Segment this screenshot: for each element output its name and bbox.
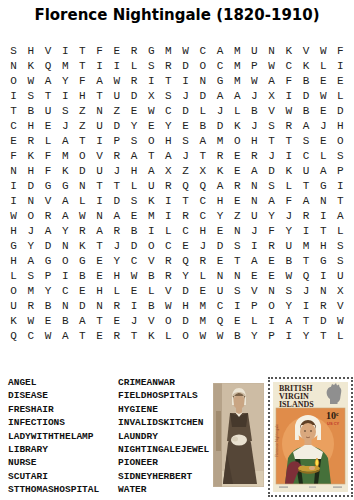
stamp-illustration: BRITISH VIRGIN ISLANDS 10c US CY bbox=[273, 382, 348, 492]
grid-cell: M bbox=[211, 133, 228, 148]
grid-cell: R bbox=[194, 254, 211, 269]
grid-cell: A bbox=[211, 178, 228, 193]
grid-cell: S bbox=[57, 103, 74, 118]
grid-cell: B bbox=[22, 103, 39, 118]
grid-cell: W bbox=[280, 269, 297, 284]
word-item: DISEASE bbox=[8, 389, 118, 402]
grid-cell: E bbox=[263, 269, 280, 284]
grid-cell: R bbox=[108, 224, 125, 239]
grid-cell: I bbox=[297, 224, 314, 239]
grid-cell: M bbox=[229, 73, 246, 88]
grid-cell: J bbox=[22, 224, 39, 239]
grid-cell: I bbox=[108, 58, 125, 73]
grid-cell: N bbox=[22, 194, 39, 209]
grid-cell: T bbox=[229, 254, 246, 269]
grid-cell: V bbox=[143, 314, 160, 329]
grid-cell: L bbox=[194, 269, 211, 284]
grid-cell: F bbox=[263, 224, 280, 239]
grid-cell: B bbox=[194, 118, 211, 133]
grid-cell: O bbox=[194, 58, 211, 73]
grid-cell: X bbox=[160, 163, 177, 178]
grid-cell: T bbox=[91, 314, 108, 329]
grid-cell: X bbox=[332, 284, 349, 299]
grid-cell: Y bbox=[263, 209, 280, 224]
grid-cell: D bbox=[39, 239, 56, 254]
grid-cell: M bbox=[57, 58, 74, 73]
grid-cell: Y bbox=[160, 118, 177, 133]
grid-cell: I bbox=[315, 209, 332, 224]
grid-cell: P bbox=[263, 329, 280, 344]
grid-cell: A bbox=[194, 133, 211, 148]
grid-cell: W bbox=[22, 73, 39, 88]
grid-cell: F bbox=[332, 43, 349, 58]
grid-cell: S bbox=[5, 43, 22, 58]
grid-cell: H bbox=[5, 254, 22, 269]
grid-cell: W bbox=[194, 329, 211, 344]
grid-cell: H bbox=[177, 299, 194, 314]
grid-cell: E bbox=[177, 118, 194, 133]
grid-cell: C bbox=[177, 224, 194, 239]
grid-cell: I bbox=[125, 299, 142, 314]
grid-cell: P bbox=[246, 299, 263, 314]
grid-cell: R bbox=[229, 178, 246, 193]
grid-cell: T bbox=[74, 43, 91, 58]
word-item: INVALIDSKITCHEN bbox=[118, 416, 218, 429]
grid-cell: T bbox=[263, 133, 280, 148]
grid-cell: A bbox=[125, 148, 142, 163]
wordsearch-grid: SHVITFERGMWCAMUNKVWFNKQMTIILSRDOCMPWCKLI… bbox=[5, 43, 349, 344]
grid-cell: A bbox=[57, 133, 74, 148]
grid-cell: C bbox=[194, 194, 211, 209]
grid-cell: Y bbox=[280, 224, 297, 239]
grid-cell: E bbox=[143, 118, 160, 133]
grid-cell: Q bbox=[177, 254, 194, 269]
grid-cell: S bbox=[280, 284, 297, 299]
grid-cell: M bbox=[229, 43, 246, 58]
grid-cell: O bbox=[74, 148, 91, 163]
grid-cell: Y bbox=[125, 118, 142, 133]
grid-cell: E bbox=[39, 314, 56, 329]
grid-cell: I bbox=[280, 88, 297, 103]
grid-cell: H bbox=[22, 43, 39, 58]
grid-cell: Z bbox=[108, 103, 125, 118]
grid-cell: A bbox=[57, 209, 74, 224]
grid-cell: G bbox=[74, 254, 91, 269]
grid-cell: S bbox=[332, 239, 349, 254]
grid-cell: U bbox=[91, 118, 108, 133]
stamp-side-label: Florence Nightingale bbox=[275, 424, 279, 457]
grid-cell: Z bbox=[74, 118, 91, 133]
grid-cell: E bbox=[194, 284, 211, 299]
grid-cell: P bbox=[246, 58, 263, 73]
grid-cell: N bbox=[246, 178, 263, 193]
grid-cell: N bbox=[315, 284, 332, 299]
grid-cell: W bbox=[22, 314, 39, 329]
grid-cell: N bbox=[229, 224, 246, 239]
grid-cell: T bbox=[194, 148, 211, 163]
grid-cell: N bbox=[57, 299, 74, 314]
grid-cell: D bbox=[177, 314, 194, 329]
grid-cell: S bbox=[229, 239, 246, 254]
grid-cell: I bbox=[91, 58, 108, 73]
grid-cell: R bbox=[125, 73, 142, 88]
grid-cell: D bbox=[211, 118, 228, 133]
grid-cell: K bbox=[297, 58, 314, 73]
word-item: NIGHTINGALEJEWEL bbox=[118, 443, 218, 456]
grid-cell: K bbox=[74, 239, 91, 254]
grid-cell: R bbox=[297, 209, 314, 224]
grid-cell: G bbox=[57, 178, 74, 193]
grid-cell: C bbox=[194, 43, 211, 58]
grid-cell: I bbox=[5, 178, 22, 193]
grid-cell: O bbox=[229, 133, 246, 148]
grid-cell: J bbox=[246, 118, 263, 133]
grid-cell: K bbox=[22, 148, 39, 163]
grid-cell: N bbox=[57, 239, 74, 254]
grid-cell: K bbox=[280, 163, 297, 178]
grid-cell: Z bbox=[177, 163, 194, 178]
grid-cell: I bbox=[160, 209, 177, 224]
grid-cell: D bbox=[125, 88, 142, 103]
word-list-column-1: ANGELDISEASEFRESHAIRINFECTIONSLADYWITHTH… bbox=[8, 376, 118, 500]
word-item: NURSE bbox=[8, 456, 118, 469]
grid-cell: E bbox=[108, 314, 125, 329]
grid-cell: R bbox=[125, 43, 142, 58]
grid-cell: V bbox=[143, 254, 160, 269]
grid-cell: V bbox=[39, 194, 56, 209]
grid-cell: A bbox=[74, 314, 91, 329]
grid-cell: K bbox=[57, 163, 74, 178]
grid-cell: N bbox=[91, 209, 108, 224]
grid-cell: T bbox=[5, 103, 22, 118]
grid-cell: E bbox=[211, 224, 228, 239]
grid-cell: H bbox=[74, 88, 91, 103]
grid-cell: D bbox=[74, 163, 91, 178]
grid-cell: U bbox=[280, 239, 297, 254]
stamp-currency: US CY bbox=[327, 421, 340, 426]
grid-cell: A bbox=[315, 163, 332, 178]
grid-cell: T bbox=[297, 178, 314, 193]
grid-cell: H bbox=[194, 224, 211, 239]
grid-cell: I bbox=[5, 194, 22, 209]
grid-cell: H bbox=[211, 194, 228, 209]
grid-cell: W bbox=[315, 43, 332, 58]
grid-cell: B bbox=[229, 329, 246, 344]
grid-cell: L bbox=[332, 329, 349, 344]
grid-cell: O bbox=[143, 239, 160, 254]
grid-cell: K bbox=[143, 194, 160, 209]
grid-cell: E bbox=[39, 118, 56, 133]
grid-cell: B bbox=[246, 103, 263, 118]
grid-cell: S bbox=[143, 58, 160, 73]
grid-cell: R bbox=[108, 299, 125, 314]
grid-cell: J bbox=[280, 209, 297, 224]
grid-cell: A bbox=[246, 163, 263, 178]
grid-cell: U bbox=[246, 43, 263, 58]
grid-cell: S bbox=[263, 178, 280, 193]
grid-cell: W bbox=[108, 73, 125, 88]
grid-cell: E bbox=[246, 269, 263, 284]
grid-cell: H bbox=[5, 224, 22, 239]
grid-cell: F bbox=[39, 163, 56, 178]
grid-cell: V bbox=[263, 103, 280, 118]
grid-cell: E bbox=[108, 43, 125, 58]
grid-cell: W bbox=[74, 209, 91, 224]
grid-cell: R bbox=[177, 209, 194, 224]
grid-cell: I bbox=[160, 194, 177, 209]
grid-cell: U bbox=[332, 269, 349, 284]
grid-cell: J bbox=[194, 239, 211, 254]
florence-nightingale-photo bbox=[213, 383, 264, 487]
grid-cell: N bbox=[229, 269, 246, 284]
grid-cell: C bbox=[160, 103, 177, 118]
grid-cell: C bbox=[194, 209, 211, 224]
grid-cell: E bbox=[315, 103, 332, 118]
grid-cell: L bbox=[160, 329, 177, 344]
grid-cell: E bbox=[211, 254, 228, 269]
grid-cell: H bbox=[22, 118, 39, 133]
grid-cell: Q bbox=[211, 314, 228, 329]
grid-cell: J bbox=[211, 103, 228, 118]
grid-cell: N bbox=[315, 194, 332, 209]
grid-cell: L bbox=[332, 224, 349, 239]
grid-cell: U bbox=[91, 163, 108, 178]
grid-cell: P bbox=[332, 163, 349, 178]
grid-cell: D bbox=[177, 58, 194, 73]
grid-cell: F bbox=[280, 73, 297, 88]
grid-cell: M bbox=[229, 58, 246, 73]
grid-cell: L bbox=[315, 58, 332, 73]
grid-cell: S bbox=[125, 194, 142, 209]
grid-cell: H bbox=[108, 269, 125, 284]
grid-cell: D bbox=[108, 194, 125, 209]
word-item: FRESHAIR bbox=[8, 403, 118, 416]
grid-cell: D bbox=[332, 103, 349, 118]
grid-cell: I bbox=[91, 194, 108, 209]
grid-cell: I bbox=[143, 224, 160, 239]
grid-cell: K bbox=[229, 118, 246, 133]
grid-cell: T bbox=[160, 73, 177, 88]
grid-cell: L bbox=[194, 103, 211, 118]
grid-cell: L bbox=[160, 224, 177, 239]
grid-cell: L bbox=[74, 194, 91, 209]
grid-cell: Q bbox=[194, 178, 211, 193]
grid-cell: A bbox=[91, 73, 108, 88]
grid-cell: N bbox=[91, 299, 108, 314]
grid-cell: G bbox=[143, 43, 160, 58]
grid-cell: T bbox=[74, 133, 91, 148]
grid-cell: W bbox=[315, 88, 332, 103]
grid-cell: O bbox=[5, 73, 22, 88]
photo-illustration bbox=[213, 383, 264, 487]
grid-cell: V bbox=[160, 284, 177, 299]
grid-cell: F bbox=[74, 73, 91, 88]
grid-cell: B bbox=[125, 224, 142, 239]
grid-cell: B bbox=[297, 73, 314, 88]
grid-cell: M bbox=[143, 209, 160, 224]
grid-cell: C bbox=[297, 148, 314, 163]
grid-cell: I bbox=[229, 299, 246, 314]
grid-cell: E bbox=[315, 133, 332, 148]
grid-cell: I bbox=[5, 88, 22, 103]
grid-cell: S bbox=[332, 148, 349, 163]
grid-cell: C bbox=[280, 58, 297, 73]
grid-cell: R bbox=[108, 148, 125, 163]
grid-cell: B bbox=[57, 314, 74, 329]
grid-cell: A bbox=[211, 43, 228, 58]
grid-cell: A bbox=[39, 73, 56, 88]
grid-cell: X bbox=[194, 163, 211, 178]
grid-cell: G bbox=[39, 178, 56, 193]
grid-cell: J bbox=[263, 148, 280, 163]
grid-cell: Z bbox=[229, 209, 246, 224]
grid-cell: T bbox=[39, 88, 56, 103]
grid-cell: I bbox=[280, 148, 297, 163]
grid-cell: P bbox=[108, 133, 125, 148]
grid-cell: I bbox=[280, 329, 297, 344]
grid-cell: M bbox=[160, 43, 177, 58]
word-item: ANGEL bbox=[8, 376, 118, 389]
grid-cell: Q bbox=[297, 269, 314, 284]
grid-cell: I bbox=[332, 58, 349, 73]
grid-cell: I bbox=[315, 269, 332, 284]
grid-cell: F bbox=[5, 148, 22, 163]
grid-cell: D bbox=[125, 239, 142, 254]
grid-cell: F bbox=[91, 43, 108, 58]
word-item: PIONEER bbox=[118, 456, 218, 469]
grid-cell: W bbox=[246, 73, 263, 88]
grid-cell: C bbox=[125, 254, 142, 269]
grid-cell: R bbox=[160, 58, 177, 73]
grid-cell: Y bbox=[57, 224, 74, 239]
grid-cell: I bbox=[297, 299, 314, 314]
grid-cell: L bbox=[246, 314, 263, 329]
grid-cell: A bbox=[246, 254, 263, 269]
grid-cell: K bbox=[280, 43, 297, 58]
grid-cell: O bbox=[143, 133, 160, 148]
grid-cell: Y bbox=[297, 329, 314, 344]
grid-cell: V bbox=[332, 299, 349, 314]
grid-cell: O bbox=[5, 284, 22, 299]
grid-cell: W bbox=[39, 329, 56, 344]
grid-cell: E bbox=[74, 284, 91, 299]
grid-cell: S bbox=[177, 133, 194, 148]
grid-cell: O bbox=[177, 329, 194, 344]
postage-stamp: BRITISH VIRGIN ISLANDS 10c US CY bbox=[268, 377, 353, 497]
grid-cell: B bbox=[143, 299, 160, 314]
grid-cell: R bbox=[74, 224, 91, 239]
grid-cell: T bbox=[143, 148, 160, 163]
grid-cell: O bbox=[57, 254, 74, 269]
grid-cell: T bbox=[108, 178, 125, 193]
grid-cell: K bbox=[22, 58, 39, 73]
grid-cell: T bbox=[297, 314, 314, 329]
grid-cell: M bbox=[22, 284, 39, 299]
grid-cell: K bbox=[143, 329, 160, 344]
grid-cell: N bbox=[5, 163, 22, 178]
grid-cell: L bbox=[229, 103, 246, 118]
grid-cell: M bbox=[194, 299, 211, 314]
grid-cell: W bbox=[125, 269, 142, 284]
grid-cell: R bbox=[108, 329, 125, 344]
word-item: HYGIENE bbox=[118, 403, 218, 416]
word-list: ANGELDISEASEFRESHAIRINFECTIONSLADYWITHTH… bbox=[8, 376, 218, 500]
grid-cell: T bbox=[177, 194, 194, 209]
grid-cell: J bbox=[315, 118, 332, 133]
grid-cell: A bbox=[229, 88, 246, 103]
grid-cell: F bbox=[280, 194, 297, 209]
grid-cell: W bbox=[160, 299, 177, 314]
grid-cell: D bbox=[211, 239, 228, 254]
grid-cell: E bbox=[91, 254, 108, 269]
grid-cell: N bbox=[74, 178, 91, 193]
grid-cell: T bbox=[125, 329, 142, 344]
grid-cell: K bbox=[5, 314, 22, 329]
grid-cell: A bbox=[57, 329, 74, 344]
grid-cell: Y bbox=[246, 329, 263, 344]
grid-cell: Z bbox=[74, 103, 91, 118]
grid-cell: T bbox=[91, 178, 108, 193]
grid-cell: E bbox=[229, 194, 246, 209]
grid-cell: R bbox=[160, 178, 177, 193]
grid-cell: W bbox=[143, 103, 160, 118]
page-title: Florence Nightingale (1820-1910) bbox=[0, 6, 354, 24]
grid-cell: D bbox=[74, 299, 91, 314]
grid-cell: N bbox=[263, 284, 280, 299]
grid-cell: A bbox=[263, 194, 280, 209]
grid-cell: W bbox=[263, 58, 280, 73]
grid-cell: O bbox=[332, 133, 349, 148]
grid-cell: E bbox=[125, 284, 142, 299]
grid-cell: D bbox=[315, 314, 332, 329]
grid-cell: J bbox=[108, 163, 125, 178]
grid-cell: Y bbox=[177, 269, 194, 284]
grid-cell: L bbox=[108, 284, 125, 299]
grid-cell: O bbox=[160, 314, 177, 329]
grid-cell: R bbox=[263, 239, 280, 254]
grid-cell: Y bbox=[108, 254, 125, 269]
grid-cell: L bbox=[125, 58, 142, 73]
grid-cell: U bbox=[211, 284, 228, 299]
grid-cell: I bbox=[143, 73, 160, 88]
grid-cell: P bbox=[39, 269, 56, 284]
grid-cell: V bbox=[246, 284, 263, 299]
grid-cell: I bbox=[57, 43, 74, 58]
word-item: INFECTIONS bbox=[8, 416, 118, 429]
grid-cell: O bbox=[22, 209, 39, 224]
stamp-artwork: BRITISH VIRGIN ISLANDS 10c US CY bbox=[273, 382, 348, 492]
grid-cell: J bbox=[125, 314, 142, 329]
grid-cell: R bbox=[22, 133, 39, 148]
grid-cell: E bbox=[91, 269, 108, 284]
grid-cell: V bbox=[91, 148, 108, 163]
grid-cell: J bbox=[57, 118, 74, 133]
grid-cell: R bbox=[39, 209, 56, 224]
grid-cell: Y bbox=[280, 299, 297, 314]
grid-cell: A bbox=[108, 209, 125, 224]
grid-cell: T bbox=[315, 224, 332, 239]
grid-cell: C bbox=[5, 118, 22, 133]
grid-cell: R bbox=[246, 148, 263, 163]
grid-cell: I bbox=[263, 314, 280, 329]
grid-cell: E bbox=[332, 73, 349, 88]
grid-cell: L bbox=[280, 178, 297, 193]
grid-cell: R bbox=[160, 254, 177, 269]
word-item: LIBRARY bbox=[8, 443, 118, 456]
grid-cell: R bbox=[315, 299, 332, 314]
word-item: WATER bbox=[118, 483, 218, 496]
grid-cell: E bbox=[315, 73, 332, 88]
